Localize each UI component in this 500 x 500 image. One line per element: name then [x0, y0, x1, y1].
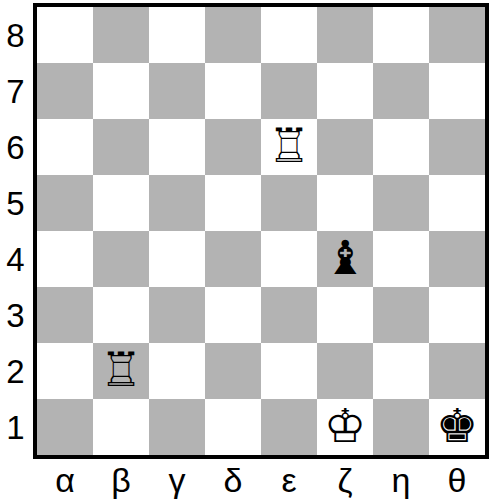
- square-a6[interactable]: [37, 119, 93, 175]
- square-b7[interactable]: [93, 63, 149, 119]
- square-d1[interactable]: [205, 399, 261, 455]
- square-e5[interactable]: [261, 175, 317, 231]
- square-h5[interactable]: [429, 175, 485, 231]
- square-g5[interactable]: [373, 175, 429, 231]
- square-c5[interactable]: [149, 175, 205, 231]
- square-c2[interactable]: [149, 343, 205, 399]
- square-c6[interactable]: [149, 119, 205, 175]
- square-e4[interactable]: [261, 231, 317, 287]
- square-e7[interactable]: [261, 63, 317, 119]
- square-d4[interactable]: [205, 231, 261, 287]
- square-d7[interactable]: [205, 63, 261, 119]
- file-label-g: η: [373, 461, 429, 499]
- white-rook-icon: ♖: [100, 346, 142, 393]
- square-c8[interactable]: [149, 7, 205, 63]
- square-a3[interactable]: [37, 287, 93, 343]
- square-c4[interactable]: [149, 231, 205, 287]
- square-g1[interactable]: [373, 399, 429, 455]
- square-g2[interactable]: [373, 343, 429, 399]
- square-f5[interactable]: [317, 175, 373, 231]
- square-b1[interactable]: [93, 399, 149, 455]
- square-h4[interactable]: [429, 231, 485, 287]
- file-label-b: β: [93, 461, 149, 499]
- square-h3[interactable]: [429, 287, 485, 343]
- square-e1[interactable]: [261, 399, 317, 455]
- square-h8[interactable]: [429, 7, 485, 63]
- square-c7[interactable]: [149, 63, 205, 119]
- black-king-icon: ♚: [436, 402, 478, 449]
- chess-diagram: 87654321 ♖♝♖♔♚ αβγδεζηθ: [0, 0, 500, 500]
- square-h6[interactable]: [429, 119, 485, 175]
- square-f4[interactable]: ♝: [317, 231, 373, 287]
- rank-label-2: 2: [0, 343, 31, 399]
- square-a7[interactable]: [37, 63, 93, 119]
- square-a4[interactable]: [37, 231, 93, 287]
- square-g4[interactable]: [373, 231, 429, 287]
- square-f3[interactable]: [317, 287, 373, 343]
- square-c1[interactable]: [149, 399, 205, 455]
- square-a2[interactable]: [37, 343, 93, 399]
- rank-label-8: 8: [0, 7, 31, 63]
- square-f1[interactable]: ♔: [317, 399, 373, 455]
- file-label-f: ζ: [317, 461, 373, 499]
- square-f6[interactable]: [317, 119, 373, 175]
- square-d3[interactable]: [205, 287, 261, 343]
- file-label-e: ε: [261, 461, 317, 499]
- square-a1[interactable]: [37, 399, 93, 455]
- file-labels: αβγδεζηθ: [37, 461, 485, 499]
- rank-label-1: 1: [0, 399, 31, 455]
- square-d8[interactable]: [205, 7, 261, 63]
- square-g6[interactable]: [373, 119, 429, 175]
- square-a5[interactable]: [37, 175, 93, 231]
- white-king-icon: ♔: [324, 402, 366, 449]
- square-f7[interactable]: [317, 63, 373, 119]
- square-b6[interactable]: [93, 119, 149, 175]
- square-f8[interactable]: [317, 7, 373, 63]
- square-d2[interactable]: [205, 343, 261, 399]
- black-bishop-icon: ♝: [324, 234, 366, 281]
- rank-label-6: 6: [0, 119, 31, 175]
- square-h2[interactable]: [429, 343, 485, 399]
- square-h1[interactable]: ♚: [429, 399, 485, 455]
- square-f2[interactable]: [317, 343, 373, 399]
- square-e8[interactable]: [261, 7, 317, 63]
- square-b3[interactable]: [93, 287, 149, 343]
- square-e2[interactable]: [261, 343, 317, 399]
- chess-board: ♖♝♖♔♚: [33, 3, 489, 459]
- square-h7[interactable]: [429, 63, 485, 119]
- rank-labels: 87654321: [0, 7, 31, 455]
- square-e6[interactable]: ♖: [261, 119, 317, 175]
- square-g7[interactable]: [373, 63, 429, 119]
- file-label-c: γ: [149, 461, 205, 499]
- square-b8[interactable]: [93, 7, 149, 63]
- rank-label-7: 7: [0, 63, 31, 119]
- rank-label-5: 5: [0, 175, 31, 231]
- file-label-a: α: [37, 461, 93, 499]
- square-b5[interactable]: [93, 175, 149, 231]
- square-b2[interactable]: ♖: [93, 343, 149, 399]
- square-b4[interactable]: [93, 231, 149, 287]
- square-d6[interactable]: [205, 119, 261, 175]
- file-label-h: θ: [429, 461, 485, 499]
- square-c3[interactable]: [149, 287, 205, 343]
- file-label-d: δ: [205, 461, 261, 499]
- square-d5[interactable]: [205, 175, 261, 231]
- square-a8[interactable]: [37, 7, 93, 63]
- square-g3[interactable]: [373, 287, 429, 343]
- square-e3[interactable]: [261, 287, 317, 343]
- white-rook-icon: ♖: [268, 122, 310, 169]
- rank-label-4: 4: [0, 231, 31, 287]
- square-g8[interactable]: [373, 7, 429, 63]
- rank-label-3: 3: [0, 287, 31, 343]
